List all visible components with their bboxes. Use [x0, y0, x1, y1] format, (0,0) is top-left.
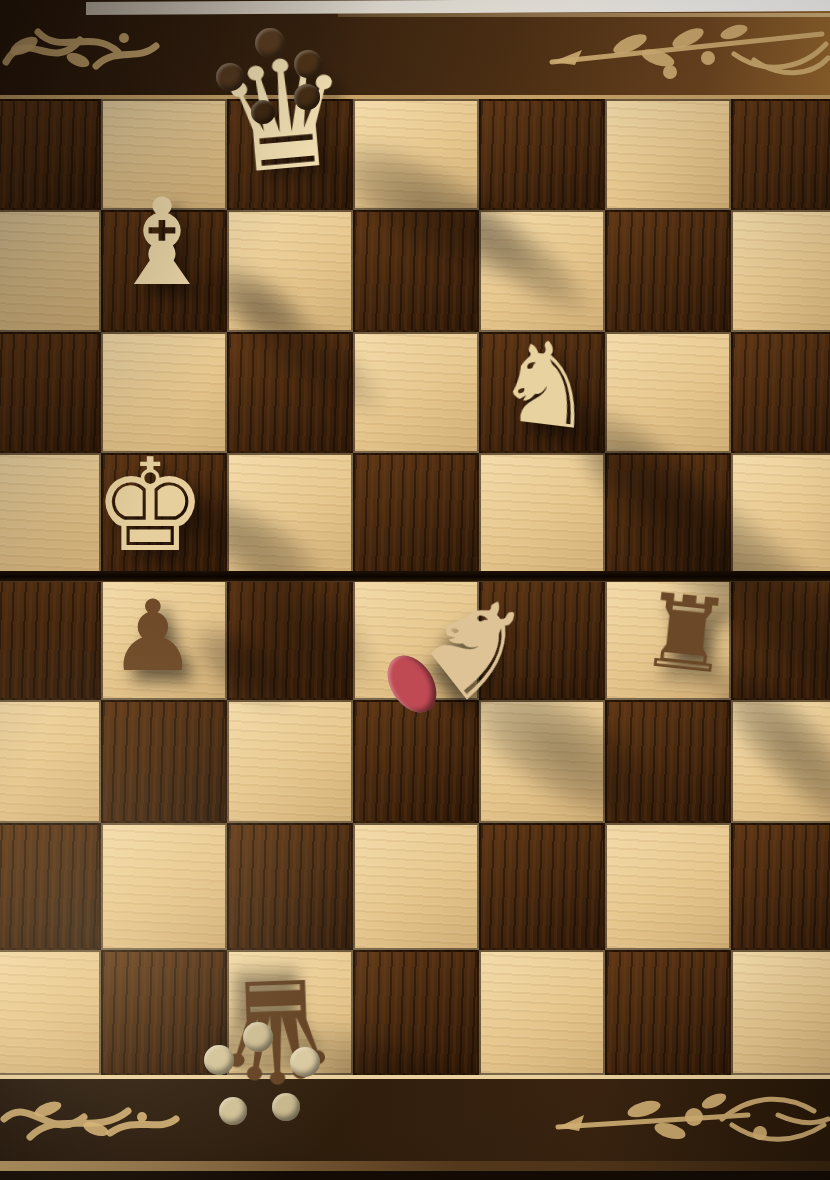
square-f3[interactable] [605, 700, 731, 823]
piece-glyph: ♝ [90, 171, 234, 315]
square-a2[interactable] [0, 823, 101, 950]
crown-ball-icon [243, 1022, 273, 1052]
square-d7[interactable] [353, 210, 479, 332]
square-c4[interactable] [227, 575, 353, 700]
square-d2[interactable] [353, 823, 479, 950]
carving-bottom-left-icon [0, 1089, 180, 1151]
carving-top-left-icon [0, 16, 165, 84]
square-c3[interactable] [227, 700, 353, 823]
white-bishop[interactable]: ♝ [90, 171, 234, 315]
square-a3[interactable] [0, 700, 101, 823]
square-g7[interactable] [731, 210, 830, 332]
crown-ball-icon [272, 1093, 300, 1121]
piece-glyph: ♛ [188, 942, 364, 1118]
crown-ball-icon [204, 1045, 234, 1075]
square-c6[interactable] [227, 332, 353, 453]
square-f5[interactable] [605, 453, 731, 575]
piece-glyph: ♟ [94, 577, 212, 695]
crown-ball-icon [290, 1047, 320, 1077]
square-e2[interactable] [479, 823, 605, 950]
square-b3[interactable] [101, 700, 227, 823]
square-g5[interactable] [731, 453, 830, 575]
frame-inlay-line [0, 1161, 830, 1171]
square-c5[interactable] [227, 453, 353, 575]
chessboard-photo: ♛♝♞♚♟♞♜♛ [0, 0, 830, 1180]
square-a7[interactable] [0, 210, 101, 332]
crown-ball-icon [294, 84, 320, 110]
white-king[interactable]: ♚ [73, 429, 227, 583]
square-f8[interactable] [605, 99, 731, 210]
square-g3[interactable] [731, 700, 830, 823]
square-d1[interactable] [353, 950, 479, 1075]
piece-glyph: ♜ [619, 567, 753, 701]
square-b2[interactable] [101, 823, 227, 950]
square-e8[interactable] [479, 99, 605, 210]
carving-top-right-icon [538, 14, 830, 88]
piece-glyph: ♞ [470, 308, 623, 461]
crown-ball-icon [294, 50, 322, 78]
square-f7[interactable] [605, 210, 731, 332]
frame-foot [0, 1171, 830, 1180]
board-frame-bottom [0, 1075, 830, 1180]
square-g1[interactable] [731, 950, 830, 1075]
square-g8[interactable] [731, 99, 830, 210]
square-g2[interactable] [731, 823, 830, 950]
square-g6[interactable] [731, 332, 830, 453]
crown-ball-icon [219, 1097, 247, 1125]
square-a8[interactable] [0, 99, 101, 210]
square-c2[interactable] [227, 823, 353, 950]
square-e1[interactable] [479, 950, 605, 1075]
square-a4[interactable] [0, 575, 101, 700]
square-d6[interactable] [353, 332, 479, 453]
piece-glyph: ♚ [73, 429, 227, 583]
square-f1[interactable] [605, 950, 731, 1075]
square-c7[interactable] [227, 210, 353, 332]
square-a1[interactable] [0, 950, 101, 1075]
crown-ball-icon [216, 63, 244, 91]
white-knight[interactable]: ♞ [470, 308, 623, 461]
square-f6[interactable] [605, 332, 731, 453]
black-rook[interactable]: ♜ [619, 567, 753, 701]
carving-bottom-right-icon [552, 1085, 830, 1151]
crown-ball-icon [251, 100, 275, 124]
crown-ball-icon [255, 28, 285, 58]
black-queen[interactable]: ♛ [188, 942, 364, 1118]
board-frame-top [0, 0, 830, 99]
square-d5[interactable] [353, 453, 479, 575]
square-f2[interactable] [605, 823, 731, 950]
black-pawn[interactable]: ♟ [94, 577, 212, 695]
